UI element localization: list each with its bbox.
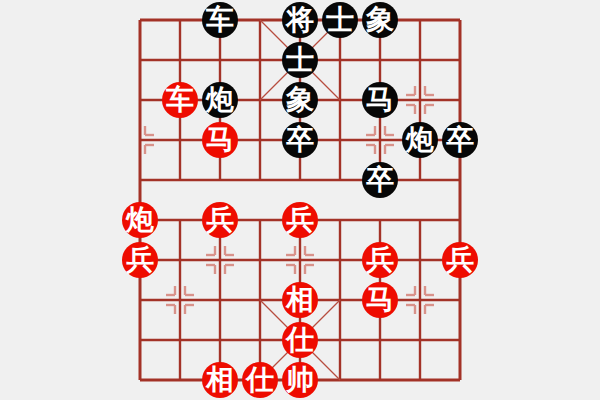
piece-black-soldier[interactable]: 卒 [282, 122, 318, 158]
piece-black-elephant[interactable]: 象 [282, 82, 318, 118]
piece-red-horse[interactable]: 马 [362, 282, 398, 318]
piece-black-advisor[interactable]: 士 [282, 42, 318, 78]
piece-red-soldier[interactable]: 兵 [442, 242, 478, 278]
piece-black-soldier[interactable]: 卒 [362, 162, 398, 198]
pieces-layer: 车将士象士车炮象马马卒炮卒卒炮兵兵兵兵兵相马仕相仕帅 [0, 0, 600, 400]
screenshot-root: 车将士象士车炮象马马卒炮卒卒炮兵兵兵兵兵相马仕相仕帅 [0, 0, 600, 400]
piece-red-soldier[interactable]: 兵 [122, 242, 158, 278]
piece-red-general[interactable]: 帅 [282, 362, 318, 398]
piece-black-soldier[interactable]: 卒 [442, 122, 478, 158]
piece-red-horse[interactable]: 马 [202, 122, 238, 158]
piece-black-advisor[interactable]: 士 [322, 2, 358, 38]
piece-red-soldier[interactable]: 兵 [282, 202, 318, 238]
piece-black-chariot[interactable]: 车 [202, 2, 238, 38]
piece-red-elephant[interactable]: 相 [282, 282, 318, 318]
piece-red-advisor[interactable]: 仕 [282, 322, 318, 358]
piece-red-cannon[interactable]: 炮 [122, 202, 158, 238]
piece-red-elephant[interactable]: 相 [202, 362, 238, 398]
piece-red-advisor[interactable]: 仕 [242, 362, 278, 398]
piece-black-horse[interactable]: 马 [362, 82, 398, 118]
piece-red-chariot[interactable]: 车 [162, 82, 198, 118]
xiangqi-board[interactable]: 车将士象士车炮象马马卒炮卒卒炮兵兵兵兵兵相马仕相仕帅 [0, 0, 600, 400]
piece-black-cannon[interactable]: 炮 [202, 82, 238, 118]
piece-black-elephant[interactable]: 象 [362, 2, 398, 38]
piece-black-general[interactable]: 将 [282, 2, 318, 38]
piece-red-soldier[interactable]: 兵 [202, 202, 238, 238]
piece-black-cannon[interactable]: 炮 [402, 122, 438, 158]
piece-red-soldier[interactable]: 兵 [362, 242, 398, 278]
